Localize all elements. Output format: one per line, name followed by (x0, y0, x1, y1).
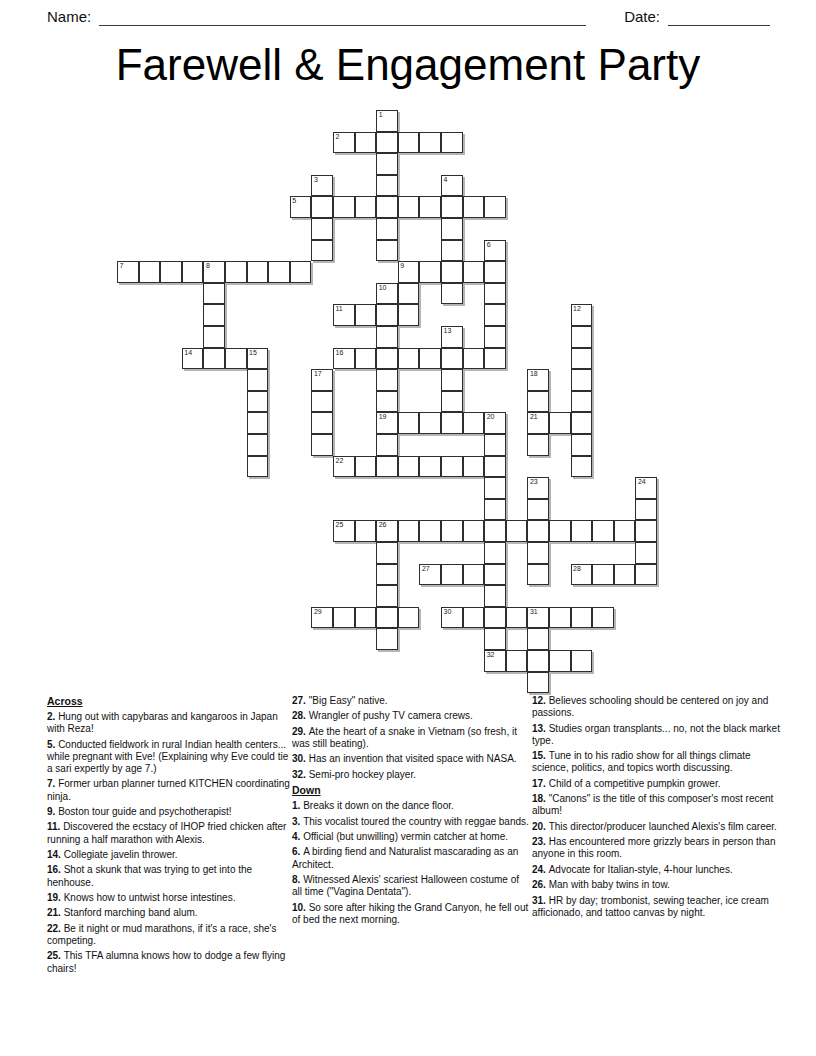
clue-item: 11. Discovered the ecstacy of IHOP fried… (47, 821, 290, 845)
grid-cell[interactable] (506, 607, 528, 629)
clue-item: 13. Studies organ transplants... no, not… (532, 723, 790, 747)
cell-number: 10 (379, 284, 387, 292)
clue-number: 18. (532, 793, 549, 804)
clue-list-header: Across (47, 695, 290, 707)
clue-item: 12. Believes schooling should be centere… (532, 695, 790, 719)
clue-item: 26. Man with baby twins in tow. (532, 879, 790, 891)
cell-number: 12 (573, 305, 581, 313)
clue-number: 32. (292, 769, 309, 780)
clue-number: 22. (47, 923, 64, 934)
grid-cell[interactable]: 8 (203, 261, 225, 283)
grid-cell[interactable] (484, 261, 506, 283)
cell-number: 22 (336, 457, 344, 465)
grid-cell[interactable] (484, 520, 506, 542)
grid-cell[interactable] (484, 456, 506, 478)
clue-number: 25. (47, 950, 64, 961)
cell-number: 18 (530, 370, 538, 378)
clue-item: 10. So sore after hiking the Grand Canyo… (292, 902, 530, 926)
grid-cell[interactable] (419, 412, 441, 434)
clue-item: 3. This vocalist toured the country with… (292, 816, 530, 828)
grid-cell[interactable]: 15 (247, 348, 269, 370)
grid-cell[interactable]: 28 (571, 564, 593, 586)
clue-number: 10. (292, 902, 309, 913)
grid-cell[interactable] (484, 477, 506, 499)
grid-cell[interactable] (571, 348, 593, 370)
grid-cell[interactable] (571, 412, 593, 434)
grid-cell[interactable] (527, 499, 549, 521)
clue-item: 30. Has an invention that visited space … (292, 753, 530, 765)
grid-cell[interactable] (247, 261, 269, 283)
clue-item: 25. This TFA alumna knows how to dodge a… (47, 950, 290, 974)
clue-column-2: 27. "Big Easy" native.28. Wrangler of pu… (292, 695, 530, 929)
clue-item: 1. Breaks it down on the dance floor. (292, 800, 530, 812)
grid-cell[interactable] (419, 348, 441, 370)
grid-cell[interactable] (376, 391, 398, 413)
grid-cell[interactable] (398, 196, 420, 218)
grid-cell[interactable] (247, 412, 269, 434)
grid-cell[interactable] (247, 456, 269, 478)
grid-cell[interactable] (311, 240, 333, 262)
name-label: Name: (47, 8, 91, 26)
clue-item: 24. Advocate for Italian-style, 4-hour l… (532, 864, 790, 876)
cell-number: 15 (249, 349, 257, 357)
grid-cell[interactable] (376, 456, 398, 478)
cell-number: 4 (444, 176, 448, 184)
grid-cell[interactable] (355, 520, 377, 542)
grid-cell[interactable] (549, 520, 571, 542)
clue-number: 2. (47, 711, 58, 722)
grid-cell[interactable] (484, 304, 506, 326)
clue-number: 16. (47, 864, 64, 875)
grid-cell[interactable] (441, 196, 463, 218)
grid-cell[interactable] (203, 283, 225, 305)
grid-cell[interactable] (376, 348, 398, 370)
cell-number: 7 (120, 262, 124, 270)
grid-cell[interactable] (527, 391, 549, 413)
grid-cell[interactable] (225, 261, 247, 283)
grid-cell[interactable] (527, 650, 549, 672)
grid-cell[interactable] (419, 456, 441, 478)
grid-cell[interactable] (268, 261, 290, 283)
grid-cell[interactable]: 19 (376, 412, 398, 434)
grid-cell[interactable] (441, 412, 463, 434)
grid-cell[interactable] (398, 283, 420, 305)
grid-cell[interactable]: 32 (484, 650, 506, 672)
grid-cell[interactable]: 16 (333, 348, 355, 370)
cell-number: 23 (530, 478, 538, 486)
grid-cell[interactable] (398, 456, 420, 478)
grid-cell[interactable]: 17 (311, 369, 333, 391)
cell-number: 16 (336, 349, 344, 357)
grid-cell[interactable] (441, 456, 463, 478)
grid-cell[interactable] (376, 369, 398, 391)
clue-item: 15. Tune in to his radio show for all th… (532, 750, 790, 774)
clue-item: 17. Child of a competitive pumpkin growe… (532, 778, 790, 790)
grid-cell[interactable]: 18 (527, 369, 549, 391)
clue-number: 27. (292, 695, 309, 706)
cell-number: 6 (487, 241, 491, 249)
clue-item: 2. Hung out with capybaras and kangaroos… (47, 711, 290, 735)
cell-number: 20 (487, 413, 495, 421)
clue-number: 4. (292, 831, 303, 842)
cell-number: 3 (314, 176, 318, 184)
grid-cell[interactable]: 13 (441, 326, 463, 348)
grid-cell[interactable] (635, 564, 657, 586)
clue-number: 28. (292, 710, 309, 721)
grid-cell[interactable] (376, 132, 398, 154)
grid-cell[interactable] (527, 542, 549, 564)
grid-cell[interactable] (592, 520, 614, 542)
clue-number: 23. (532, 836, 549, 847)
grid-cell[interactable]: 4 (441, 175, 463, 197)
clue-item: 32. Semi-pro hockey player. (292, 769, 530, 781)
grid-cell[interactable] (419, 196, 441, 218)
cell-number: 9 (400, 262, 404, 270)
cell-number: 19 (379, 413, 387, 421)
clue-item: 21. Stanford marching band alum. (47, 907, 290, 919)
grid-cell[interactable] (484, 564, 506, 586)
grid-cell[interactable] (571, 520, 593, 542)
grid-cell[interactable] (592, 607, 614, 629)
cell-number: 31 (530, 608, 538, 616)
clue-item: 6. A birding fiend and Naturalist mascar… (292, 846, 530, 870)
grid-cell[interactable] (441, 283, 463, 305)
grid-cell[interactable] (527, 672, 549, 694)
clue-item: 22. Be it night or mud marathons, if it'… (47, 923, 290, 947)
grid-cell[interactable]: 23 (527, 477, 549, 499)
clue-item: 5. Conducted fieldwork in rural Indian h… (47, 739, 290, 776)
grid-cell[interactable] (376, 196, 398, 218)
grid-cell[interactable] (398, 607, 420, 629)
grid-cell[interactable] (614, 520, 636, 542)
grid-cell[interactable]: 14 (182, 348, 204, 370)
page-title: Farewell & Engagement Party (0, 40, 816, 90)
grid-cell[interactable] (441, 520, 463, 542)
clue-item: 28. Wrangler of pushy TV camera crews. (292, 710, 530, 722)
cell-number: 29 (314, 608, 322, 616)
grid-cell[interactable] (247, 391, 269, 413)
grid-cell[interactable]: 2 (333, 132, 355, 154)
clue-item: 9. Boston tour guide and psychotherapist… (47, 806, 290, 818)
grid-cell[interactable] (398, 132, 420, 154)
grid-cell[interactable] (333, 607, 355, 629)
date-label: Date: (624, 8, 660, 26)
cell-number: 2 (336, 133, 340, 141)
grid-cell[interactable]: 31 (527, 607, 549, 629)
grid-cell[interactable]: 1 (376, 110, 398, 132)
grid-cell[interactable]: 5 (290, 196, 312, 218)
clue-item: 14. Collegiate javelin thrower. (47, 849, 290, 861)
grid-cell[interactable] (398, 348, 420, 370)
grid-cell[interactable] (441, 564, 463, 586)
cell-number: 27 (422, 565, 430, 573)
grid-cell[interactable] (311, 412, 333, 434)
clue-number: 26. (532, 879, 549, 890)
grid-cell[interactable] (376, 175, 398, 197)
cell-number: 17 (314, 370, 322, 378)
grid-cell[interactable] (203, 304, 225, 326)
cell-number: 30 (444, 608, 452, 616)
grid-cell[interactable]: 7 (117, 261, 139, 283)
clue-number: 12. (532, 695, 549, 706)
grid-cell[interactable] (463, 261, 485, 283)
clue-item: 16. Shot a skunk that was trying to get … (47, 864, 290, 888)
grid-cell[interactable] (376, 326, 398, 348)
clue-item: 27. "Big Easy" native. (292, 695, 530, 707)
grid-cell[interactable] (441, 218, 463, 240)
grid-cell[interactable] (549, 607, 571, 629)
grid-cell[interactable]: 6 (484, 240, 506, 262)
grid-cell[interactable] (182, 261, 204, 283)
grid-cell[interactable] (419, 520, 441, 542)
clue-number: 5. (47, 739, 58, 750)
grid-cell[interactable] (419, 132, 441, 154)
grid-cell[interactable] (441, 261, 463, 283)
cell-number: 25 (336, 521, 344, 529)
grid-cell[interactable] (571, 369, 593, 391)
cell-number: 11 (336, 305, 343, 313)
grid-cell[interactable] (376, 434, 398, 456)
clue-number: 29. (292, 726, 309, 737)
grid-cell[interactable] (463, 564, 485, 586)
grid-cell[interactable] (441, 348, 463, 370)
grid-cell[interactable] (614, 564, 636, 586)
clue-number: 6. (292, 846, 303, 857)
grid-cell[interactable] (506, 520, 528, 542)
grid-cell[interactable] (398, 520, 420, 542)
grid-cell[interactable] (635, 542, 657, 564)
clue-item: 8. Witnessed Alexis' scariest Halloween … (292, 874, 530, 898)
clue-number: 24. (532, 864, 549, 875)
grid-cell[interactable] (311, 218, 333, 240)
grid-cell[interactable] (571, 391, 593, 413)
grid-cell[interactable] (484, 628, 506, 650)
grid-cell[interactable] (376, 564, 398, 586)
grid-cell[interactable] (549, 650, 571, 672)
grid-cell[interactable] (376, 218, 398, 240)
grid-cell[interactable] (527, 520, 549, 542)
grid-cell[interactable]: 10 (376, 283, 398, 305)
crossword-grid: 1234567891011121314151617181920212223242… (117, 110, 659, 695)
clue-number: 14. (47, 849, 64, 860)
cell-number: 5 (292, 197, 296, 205)
grid-cell[interactable]: 22 (333, 456, 355, 478)
cell-number: 24 (638, 478, 646, 486)
grid-cell[interactable] (484, 607, 506, 629)
grid-cell[interactable] (247, 369, 269, 391)
grid-cell[interactable]: 26 (376, 520, 398, 542)
grid-cell[interactable] (376, 240, 398, 262)
grid-cell[interactable] (592, 564, 614, 586)
grid-cell[interactable] (484, 196, 506, 218)
clue-number: 21. (47, 907, 64, 918)
grid-cell[interactable] (463, 520, 485, 542)
grid-cell[interactable] (484, 326, 506, 348)
grid-cell[interactable] (203, 326, 225, 348)
grid-cell[interactable] (463, 456, 485, 478)
clue-number: 11. (47, 821, 63, 832)
grid-cell[interactable]: 29 (311, 607, 333, 629)
clue-column-3: 12. Believes schooling should be centere… (532, 695, 790, 922)
grid-cell[interactable] (571, 434, 593, 456)
grid-cell[interactable] (463, 348, 485, 370)
clue-item: 29. Ate the heart of a snake in Vietnam … (292, 726, 530, 750)
grid-cell[interactable] (484, 585, 506, 607)
grid-cell[interactable]: 25 (333, 520, 355, 542)
grid-cell[interactable]: 21 (527, 412, 549, 434)
clue-number: 8. (292, 874, 303, 885)
grid-cell[interactable]: 11 (333, 304, 355, 326)
clue-number: 1. (292, 800, 303, 811)
grid-cell[interactable]: 3 (311, 175, 333, 197)
grid-cell[interactable]: 20 (484, 412, 506, 434)
grid-cell[interactable] (484, 348, 506, 370)
grid-cell[interactable] (527, 564, 549, 586)
grid-cell[interactable] (355, 196, 377, 218)
clue-number: 9. (47, 806, 58, 817)
grid-cell[interactable] (139, 261, 161, 283)
grid-cell[interactable] (635, 499, 657, 521)
grid-cell[interactable] (355, 304, 377, 326)
grid-cell[interactable] (571, 456, 593, 478)
clue-number: 17. (532, 778, 549, 789)
clue-number: 30. (292, 753, 309, 764)
grid-cell[interactable] (484, 434, 506, 456)
grid-cell[interactable] (376, 153, 398, 175)
clue-number: 13. (532, 723, 549, 734)
grid-cell[interactable] (311, 391, 333, 413)
clue-item: 31. HR by day; trombonist, sewing teache… (532, 895, 790, 919)
cell-number: 21 (530, 413, 538, 421)
clue-item: 23. Has encountered more grizzly bears i… (532, 836, 790, 860)
grid-cell[interactable] (311, 196, 333, 218)
clue-number: 15. (532, 750, 549, 761)
grid-cell[interactable] (355, 456, 377, 478)
grid-cell[interactable] (355, 607, 377, 629)
grid-cell[interactable]: 9 (398, 261, 420, 283)
grid-cell[interactable] (398, 304, 420, 326)
clue-column-1: Across2. Hung out with capybaras and kan… (47, 695, 290, 978)
grid-cell[interactable] (376, 585, 398, 607)
clue-number: 19. (47, 892, 64, 903)
grid-cell[interactable] (484, 542, 506, 564)
grid-cell[interactable] (527, 628, 549, 650)
grid-cell[interactable]: 12 (571, 304, 593, 326)
clue-item: 4. Official (but unwilling) vermin catch… (292, 831, 530, 843)
grid-cell[interactable] (463, 196, 485, 218)
cell-number: 14 (184, 349, 192, 357)
grid-cell[interactable] (160, 261, 182, 283)
grid-cell[interactable] (247, 434, 269, 456)
grid-cell[interactable] (225, 348, 247, 370)
clue-number: 7. (47, 778, 58, 789)
cell-number: 28 (573, 565, 581, 573)
grid-cell[interactable] (484, 283, 506, 305)
grid-cell[interactable] (398, 412, 420, 434)
cell-number: 13 (444, 327, 452, 335)
grid-cell[interactable] (441, 132, 463, 154)
grid-cell[interactable] (484, 499, 506, 521)
grid-cell[interactable] (571, 650, 593, 672)
worksheet-header: Name: Date: (47, 8, 770, 26)
grid-cell[interactable] (463, 412, 485, 434)
cell-number: 26 (379, 521, 387, 529)
clue-item: 18. "Canons" is the title of this compos… (532, 793, 790, 817)
clue-item: 19. Knows how to untwist horse intestine… (47, 892, 290, 904)
grid-cell[interactable] (571, 607, 593, 629)
grid-cell[interactable] (549, 412, 571, 434)
cell-number: 1 (379, 111, 383, 119)
grid-cell[interactable] (376, 628, 398, 650)
clue-item: 20. This director/producer launched Alex… (532, 821, 790, 833)
clue-number: 31. (532, 895, 549, 906)
grid-cell[interactable] (203, 348, 225, 370)
grid-cell[interactable] (441, 240, 463, 262)
grid-cell[interactable] (376, 304, 398, 326)
cell-number: 32 (487, 651, 495, 659)
date-blank-line (668, 9, 770, 26)
clue-list-header: Down (292, 784, 530, 796)
cell-number: 8 (206, 262, 210, 270)
grid-cell[interactable] (333, 196, 355, 218)
grid-cell[interactable]: 27 (419, 564, 441, 586)
grid-cell[interactable] (635, 520, 657, 542)
grid-cell[interactable] (571, 326, 593, 348)
grid-cell[interactable] (355, 132, 377, 154)
grid-cell[interactable] (376, 542, 398, 564)
grid-cell[interactable] (376, 607, 398, 629)
grid-cell[interactable] (527, 434, 549, 456)
grid-cell[interactable]: 24 (635, 477, 657, 499)
clue-number: 20. (532, 821, 549, 832)
clue-number: 3. (292, 816, 303, 827)
grid-cell[interactable]: 30 (441, 607, 463, 629)
grid-cell[interactable] (290, 261, 312, 283)
clue-item: 7. Former urban planner turned KITCHEN c… (47, 778, 290, 802)
grid-cell[interactable] (506, 650, 528, 672)
grid-cell[interactable] (441, 369, 463, 391)
name-blank-line (99, 9, 586, 26)
grid-cell[interactable] (311, 434, 333, 456)
grid-cell[interactable] (441, 391, 463, 413)
grid-cell[interactable] (419, 261, 441, 283)
grid-cell[interactable] (355, 348, 377, 370)
grid-cell[interactable] (463, 607, 485, 629)
